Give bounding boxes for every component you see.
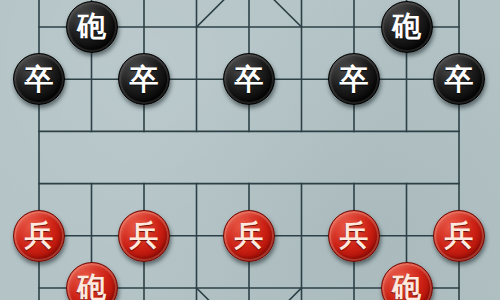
piece-black-cannon[interactable]: 砲	[66, 1, 118, 53]
piece-layer: 砲砲卒卒卒卒卒兵兵兵兵兵砲砲	[13, 1, 486, 300]
piece-red-soldier[interactable]: 兵	[118, 210, 170, 262]
piece-red-soldier[interactable]: 兵	[433, 210, 485, 262]
piece-black-soldier[interactable]: 卒	[328, 53, 380, 105]
piece-black-soldier[interactable]: 卒	[223, 53, 275, 105]
piece-red-soldier[interactable]: 兵	[13, 210, 65, 262]
piece-red-soldier[interactable]: 兵	[223, 210, 275, 262]
piece-black-cannon[interactable]: 砲	[381, 1, 433, 53]
piece-red-cannon[interactable]: 砲	[66, 262, 118, 300]
piece-black-soldier[interactable]: 卒	[433, 53, 485, 105]
xiangqi-board: 砲砲卒卒卒卒卒兵兵兵兵兵砲砲	[0, 0, 500, 300]
piece-black-soldier[interactable]: 卒	[13, 53, 65, 105]
piece-black-soldier[interactable]: 卒	[118, 53, 170, 105]
piece-red-cannon[interactable]: 砲	[381, 262, 433, 300]
piece-red-soldier[interactable]: 兵	[328, 210, 380, 262]
